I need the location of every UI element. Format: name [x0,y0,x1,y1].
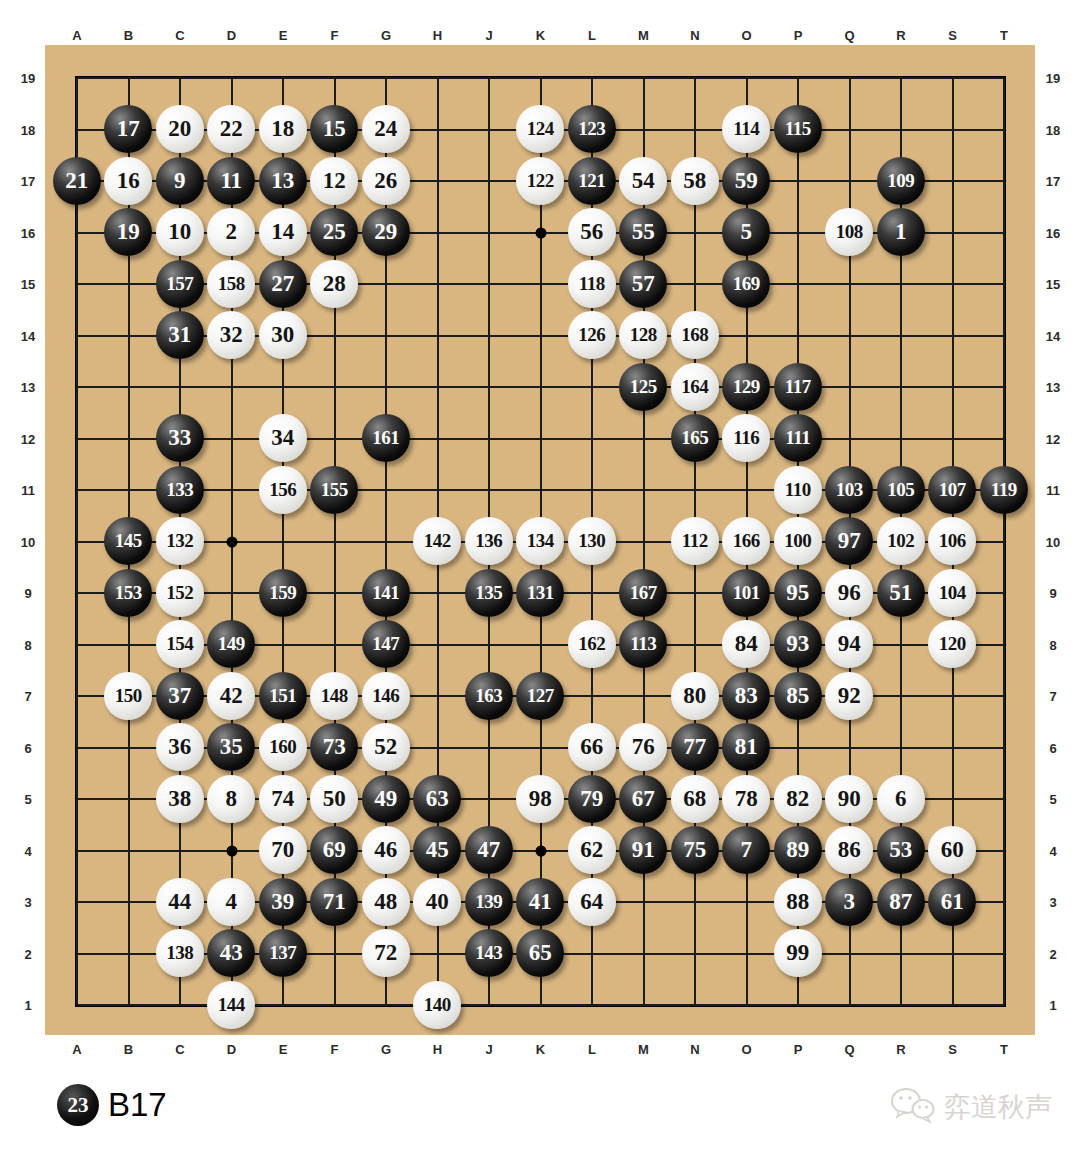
stone-F18: 15 [310,105,358,153]
stone-G2: 72 [362,929,410,977]
stone-O10: 166 [722,517,770,565]
stone-F17: 12 [310,157,358,205]
stone-F5: 50 [310,775,358,823]
stone-E18: 18 [259,105,307,153]
stone-C11: 133 [156,466,204,514]
stone-F16: 25 [310,208,358,256]
column-label-top-N: N [690,28,699,43]
go-board-diagram: 1720221815241241231141152116911131226122… [0,0,1080,1156]
stone-K9: 131 [516,569,564,617]
stone-K3: 41 [516,878,564,926]
stone-H5: 63 [413,775,461,823]
stone-E9: 159 [259,569,307,617]
stone-G7: 146 [362,672,410,720]
stone-J3: 139 [465,878,513,926]
row-label-right-2: 2 [1049,946,1056,961]
stone-J2: 143 [465,929,513,977]
row-label-left-17: 17 [21,174,35,189]
stone-L6: 66 [568,723,616,771]
column-label-top-E: E [279,28,288,43]
stone-C9: 152 [156,569,204,617]
stone-O7: 83 [722,672,770,720]
move-caption: 23 B17 [57,1084,167,1126]
stone-C7: 37 [156,672,204,720]
row-label-left-13: 13 [21,380,35,395]
column-label-top-B: B [124,28,133,43]
row-label-left-14: 14 [21,328,35,343]
wechat-logo-icon [889,1086,937,1128]
goban: 1720221815241241231141152116911131226122… [45,45,1035,1035]
stone-L4: 62 [568,826,616,874]
stone-Q16: 108 [825,208,873,256]
column-label-bottom-P: P [794,1042,803,1057]
row-label-left-15: 15 [21,277,35,292]
stone-K18: 124 [516,105,564,153]
stone-E16: 14 [259,208,307,256]
stone-G3: 48 [362,878,410,926]
row-label-right-5: 5 [1049,792,1056,807]
stone-S3: 61 [928,878,976,926]
stone-F6: 73 [310,723,358,771]
stone-P8: 93 [774,620,822,668]
stone-R11: 105 [877,466,925,514]
stone-H10: 142 [413,517,461,565]
column-label-bottom-E: E [279,1042,288,1057]
row-label-right-11: 11 [1046,483,1060,498]
stone-R3: 87 [877,878,925,926]
stone-M17: 54 [619,157,667,205]
stone-L18: 123 [568,105,616,153]
stone-P18: 115 [774,105,822,153]
stone-S8: 120 [928,620,976,668]
stone-D18: 22 [207,105,255,153]
row-label-left-11: 11 [21,483,35,498]
stone-G8: 147 [362,620,410,668]
stone-B7: 150 [104,672,152,720]
column-label-top-S: S [948,28,957,43]
column-label-bottom-Q: Q [844,1042,854,1057]
stone-D15: 158 [207,260,255,308]
stone-M5: 67 [619,775,667,823]
column-label-bottom-C: C [175,1042,184,1057]
stone-Q3: 3 [825,878,873,926]
stone-C6: 36 [156,723,204,771]
stone-O6: 81 [722,723,770,771]
stone-E15: 27 [259,260,307,308]
stone-M6: 76 [619,723,667,771]
stone-Q9: 96 [825,569,873,617]
stone-P11: 110 [774,466,822,514]
stone-R17: 109 [877,157,925,205]
stone-L15: 118 [568,260,616,308]
stone-O4: 7 [722,826,770,874]
column-label-top-H: H [433,28,442,43]
column-label-bottom-O: O [741,1042,751,1057]
stone-P12: 111 [774,414,822,462]
stone-P4: 89 [774,826,822,874]
column-label-bottom-D: D [227,1042,236,1057]
stone-O5: 78 [722,775,770,823]
stone-Q11: 103 [825,466,873,514]
column-label-top-O: O [741,28,751,43]
stone-S9: 104 [928,569,976,617]
stone-N14: 168 [671,311,719,359]
row-label-left-16: 16 [21,225,35,240]
row-label-left-3: 3 [24,895,31,910]
stone-L17: 121 [568,157,616,205]
column-label-top-K: K [536,28,545,43]
stone-B10: 145 [104,517,152,565]
column-label-top-L: L [588,28,596,43]
stone-G16: 29 [362,208,410,256]
stone-D6: 35 [207,723,255,771]
stone-G5: 49 [362,775,410,823]
stone-O18: 114 [722,105,770,153]
stone-C16: 10 [156,208,204,256]
stone-Q8: 94 [825,620,873,668]
row-label-right-18: 18 [1046,122,1060,137]
stone-L3: 64 [568,878,616,926]
row-label-left-1: 1 [24,998,31,1013]
row-label-right-16: 16 [1046,225,1060,240]
row-label-left-4: 4 [24,843,31,858]
stone-Q7: 92 [825,672,873,720]
column-label-bottom-G: G [381,1042,391,1057]
stone-S11: 107 [928,466,976,514]
column-label-top-M: M [638,28,649,43]
stone-L14: 126 [568,311,616,359]
stone-M14: 128 [619,311,667,359]
row-label-right-13: 13 [1046,380,1060,395]
stone-E5: 74 [259,775,307,823]
stone-G18: 24 [362,105,410,153]
stone-K17: 122 [516,157,564,205]
stone-C5: 38 [156,775,204,823]
stone-M15: 57 [619,260,667,308]
stone-O8: 84 [722,620,770,668]
stone-P10: 100 [774,517,822,565]
row-label-right-7: 7 [1049,689,1056,704]
stone-L5: 79 [568,775,616,823]
stone-R16: 1 [877,208,925,256]
stone-C15: 157 [156,260,204,308]
column-label-bottom-K: K [536,1042,545,1057]
stone-G17: 26 [362,157,410,205]
stone-M4: 91 [619,826,667,874]
caption-black-stone: 23 [57,1084,99,1126]
stone-P5: 82 [774,775,822,823]
stone-O16: 5 [722,208,770,256]
stone-O12: 116 [722,414,770,462]
stone-G4: 46 [362,826,410,874]
stone-C18: 20 [156,105,204,153]
column-label-top-D: D [227,28,236,43]
column-label-bottom-A: A [72,1042,81,1057]
stone-E11: 156 [259,466,307,514]
row-label-left-18: 18 [21,122,35,137]
stone-N5: 68 [671,775,719,823]
stone-B16: 19 [104,208,152,256]
stone-N4: 75 [671,826,719,874]
stone-L10: 130 [568,517,616,565]
stone-D2: 43 [207,929,255,977]
stone-S4: 60 [928,826,976,874]
column-label-top-A: A [72,28,81,43]
stone-H3: 40 [413,878,461,926]
column-label-bottom-J: J [485,1042,492,1057]
stone-F4: 69 [310,826,358,874]
stone-N7: 80 [671,672,719,720]
stone-M16: 55 [619,208,667,256]
stone-C3: 44 [156,878,204,926]
row-label-right-17: 17 [1046,174,1060,189]
row-label-left-7: 7 [24,689,31,704]
row-label-left-6: 6 [24,740,31,755]
stone-B9: 153 [104,569,152,617]
column-label-top-G: G [381,28,391,43]
stone-E7: 151 [259,672,307,720]
row-label-right-3: 3 [1049,895,1056,910]
stone-K5: 98 [516,775,564,823]
stone-F11: 155 [310,466,358,514]
stone-T11: 119 [980,466,1028,514]
stone-N6: 77 [671,723,719,771]
row-label-left-8: 8 [24,637,31,652]
column-label-top-F: F [331,28,339,43]
watermark: 弈道秋声 [889,1086,1052,1128]
stone-Q4: 86 [825,826,873,874]
stone-D14: 32 [207,311,255,359]
stone-B18: 17 [104,105,152,153]
row-label-right-19: 19 [1046,71,1060,86]
column-label-bottom-R: R [896,1042,905,1057]
stone-R9: 51 [877,569,925,617]
row-label-right-8: 8 [1049,637,1056,652]
stone-O17: 59 [722,157,770,205]
stone-B17: 16 [104,157,152,205]
row-label-right-4: 4 [1049,843,1056,858]
stone-D5: 8 [207,775,255,823]
watermark-text: 弈道秋声 [944,1089,1052,1125]
stone-G9: 141 [362,569,410,617]
column-label-bottom-N: N [690,1042,699,1057]
stone-O9: 101 [722,569,770,617]
stone-O13: 129 [722,363,770,411]
stone-D1: 144 [207,981,255,1029]
column-label-bottom-T: T [1000,1042,1008,1057]
column-label-top-C: C [175,28,184,43]
row-label-left-12: 12 [21,431,35,446]
stone-P13: 117 [774,363,822,411]
stone-C12: 33 [156,414,204,462]
row-label-left-2: 2 [24,946,31,961]
row-label-left-5: 5 [24,792,31,807]
stone-C8: 154 [156,620,204,668]
stone-F15: 28 [310,260,358,308]
stone-A17: 21 [53,157,101,205]
stone-F3: 71 [310,878,358,926]
stone-J9: 135 [465,569,513,617]
stone-J10: 136 [465,517,513,565]
stone-P2: 99 [774,929,822,977]
column-label-top-P: P [794,28,803,43]
stone-D17: 11 [207,157,255,205]
stone-K10: 134 [516,517,564,565]
stone-K2: 65 [516,929,564,977]
stone-H4: 45 [413,826,461,874]
row-label-right-6: 6 [1049,740,1056,755]
row-label-left-10: 10 [21,534,35,549]
stone-E2: 137 [259,929,307,977]
stone-C10: 132 [156,517,204,565]
row-label-right-10: 10 [1046,534,1060,549]
stone-D16: 2 [207,208,255,256]
row-label-left-9: 9 [24,586,31,601]
stone-K7: 127 [516,672,564,720]
stone-O15: 169 [722,260,770,308]
stone-D7: 42 [207,672,255,720]
stone-N17: 58 [671,157,719,205]
stone-R4: 53 [877,826,925,874]
stone-E14: 30 [259,311,307,359]
stone-P9: 95 [774,569,822,617]
stone-E6: 160 [259,723,307,771]
row-label-right-14: 14 [1046,328,1060,343]
column-label-bottom-L: L [588,1042,596,1057]
column-label-top-J: J [485,28,492,43]
stone-S10: 106 [928,517,976,565]
stone-C2: 138 [156,929,204,977]
stone-P7: 85 [774,672,822,720]
stone-L16: 56 [568,208,616,256]
stone-C17: 9 [156,157,204,205]
stone-N10: 112 [671,517,719,565]
stone-Q5: 90 [825,775,873,823]
stone-H1: 140 [413,981,461,1029]
row-label-right-15: 15 [1046,277,1060,292]
stone-L8: 162 [568,620,616,668]
column-label-bottom-B: B [124,1042,133,1057]
stone-G6: 52 [362,723,410,771]
stone-D8: 149 [207,620,255,668]
column-label-bottom-M: M [638,1042,649,1057]
stone-E4: 70 [259,826,307,874]
row-label-right-9: 9 [1049,586,1056,601]
stone-Q10: 97 [825,517,873,565]
stone-M8: 113 [619,620,667,668]
stone-J4: 47 [465,826,513,874]
column-label-top-Q: Q [844,28,854,43]
row-label-right-12: 12 [1046,431,1060,446]
stone-M13: 125 [619,363,667,411]
column-label-bottom-S: S [948,1042,957,1057]
stones-grid: 1720221815241241231141152116911131226122… [51,52,1030,1031]
caption-coordinate: B17 [108,1086,167,1124]
column-label-bottom-H: H [433,1042,442,1057]
column-label-top-T: T [1000,28,1008,43]
stone-E12: 34 [259,414,307,462]
row-label-left-19: 19 [21,71,35,86]
stone-R5: 6 [877,775,925,823]
stone-D3: 4 [207,878,255,926]
stone-E17: 13 [259,157,307,205]
stone-M9: 167 [619,569,667,617]
stone-F7: 148 [310,672,358,720]
stone-J7: 163 [465,672,513,720]
row-label-right-1: 1 [1049,998,1056,1013]
column-label-top-R: R [896,28,905,43]
stone-E3: 39 [259,878,307,926]
stone-C14: 31 [156,311,204,359]
stone-N13: 164 [671,363,719,411]
column-label-bottom-F: F [331,1042,339,1057]
stone-N12: 165 [671,414,719,462]
stone-G12: 161 [362,414,410,462]
stone-R10: 102 [877,517,925,565]
stone-P3: 88 [774,878,822,926]
